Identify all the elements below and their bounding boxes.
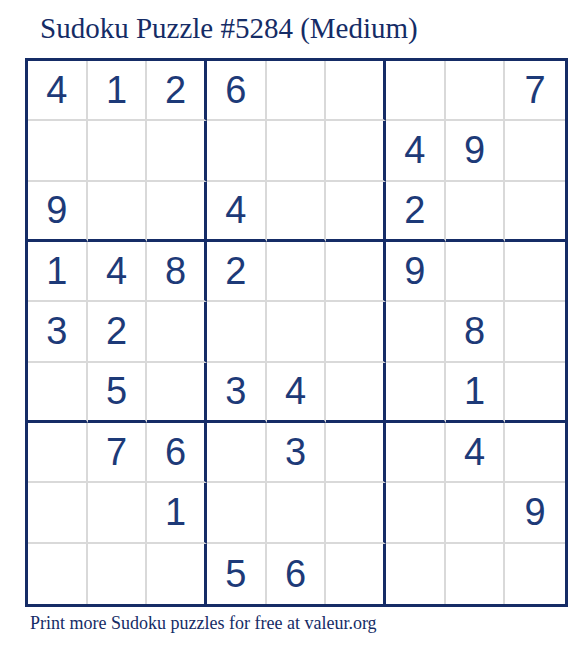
- cell-r7c2: 7: [88, 423, 148, 483]
- cell-r7c7[interactable]: [386, 423, 446, 483]
- cell-r9c6[interactable]: [326, 544, 386, 604]
- cell-r8c1[interactable]: [28, 483, 88, 543]
- cell-r2c6[interactable]: [326, 121, 386, 181]
- cell-r8c9: 9: [505, 483, 565, 543]
- cell-r9c2[interactable]: [88, 544, 148, 604]
- cell-r5c5[interactable]: [267, 302, 327, 362]
- cell-r2c7: 4: [386, 121, 446, 181]
- cell-r7c1[interactable]: [28, 423, 88, 483]
- cell-r8c5[interactable]: [267, 483, 327, 543]
- cell-r1c1: 4: [28, 61, 88, 121]
- cell-r6c5: 4: [267, 363, 327, 423]
- cell-r6c8: 1: [446, 363, 506, 423]
- cell-r3c9[interactable]: [505, 182, 565, 242]
- cell-r6c1[interactable]: [28, 363, 88, 423]
- cell-r4c6[interactable]: [326, 242, 386, 302]
- cell-r9c7[interactable]: [386, 544, 446, 604]
- cell-r3c5[interactable]: [267, 182, 327, 242]
- cell-r5c2: 2: [88, 302, 148, 362]
- cell-r4c2: 4: [88, 242, 148, 302]
- cell-r1c9: 7: [505, 61, 565, 121]
- cell-r6c2: 5: [88, 363, 148, 423]
- cell-r5c3[interactable]: [147, 302, 207, 362]
- cell-r6c7[interactable]: [386, 363, 446, 423]
- cell-r8c3: 1: [147, 483, 207, 543]
- cell-r5c7[interactable]: [386, 302, 446, 362]
- cell-r3c8[interactable]: [446, 182, 506, 242]
- page-title: Sudoku Puzzle #5284 (Medium): [40, 12, 418, 45]
- cell-r7c8: 4: [446, 423, 506, 483]
- cell-r3c2[interactable]: [88, 182, 148, 242]
- cell-r9c8[interactable]: [446, 544, 506, 604]
- footer-text: Print more Sudoku puzzles for free at va…: [30, 613, 377, 634]
- sudoku-board: 412674994214829328534176341956: [25, 58, 568, 607]
- cell-r4c3: 8: [147, 242, 207, 302]
- cell-r3c7: 2: [386, 182, 446, 242]
- cell-r4c5[interactable]: [267, 242, 327, 302]
- cell-r2c2[interactable]: [88, 121, 148, 181]
- cell-r2c5[interactable]: [267, 121, 327, 181]
- cell-r8c7[interactable]: [386, 483, 446, 543]
- cell-r2c9[interactable]: [505, 121, 565, 181]
- cell-r3c4: 4: [207, 182, 267, 242]
- sudoku-page: Sudoku Puzzle #5284 (Medium) 41267499421…: [0, 0, 574, 651]
- cell-r9c4: 5: [207, 544, 267, 604]
- cell-r6c6[interactable]: [326, 363, 386, 423]
- cell-r8c8[interactable]: [446, 483, 506, 543]
- cell-r7c4[interactable]: [207, 423, 267, 483]
- cell-r2c3[interactable]: [147, 121, 207, 181]
- cell-r7c5: 3: [267, 423, 327, 483]
- cell-r7c6[interactable]: [326, 423, 386, 483]
- cell-r6c4: 3: [207, 363, 267, 423]
- cell-r3c3[interactable]: [147, 182, 207, 242]
- cell-r6c3[interactable]: [147, 363, 207, 423]
- cell-r5c1: 3: [28, 302, 88, 362]
- cell-r4c7: 9: [386, 242, 446, 302]
- cell-r5c6[interactable]: [326, 302, 386, 362]
- cell-r2c4[interactable]: [207, 121, 267, 181]
- cell-r1c3: 2: [147, 61, 207, 121]
- cell-r7c3: 6: [147, 423, 207, 483]
- cell-r7c9[interactable]: [505, 423, 565, 483]
- cell-r4c8[interactable]: [446, 242, 506, 302]
- cell-r1c8[interactable]: [446, 61, 506, 121]
- cell-r5c8: 8: [446, 302, 506, 362]
- cell-r9c3[interactable]: [147, 544, 207, 604]
- cell-r8c2[interactable]: [88, 483, 148, 543]
- cell-r3c6[interactable]: [326, 182, 386, 242]
- cell-r4c4: 2: [207, 242, 267, 302]
- cell-r8c6[interactable]: [326, 483, 386, 543]
- cell-r2c1[interactable]: [28, 121, 88, 181]
- cell-r9c1[interactable]: [28, 544, 88, 604]
- cell-r3c1: 9: [28, 182, 88, 242]
- cell-r1c5[interactable]: [267, 61, 327, 121]
- cell-r2c8: 9: [446, 121, 506, 181]
- cell-r1c4: 6: [207, 61, 267, 121]
- cell-r6c9[interactable]: [505, 363, 565, 423]
- cell-r9c5: 6: [267, 544, 327, 604]
- cell-r5c9[interactable]: [505, 302, 565, 362]
- cell-r8c4[interactable]: [207, 483, 267, 543]
- cell-r4c9[interactable]: [505, 242, 565, 302]
- cell-r9c9[interactable]: [505, 544, 565, 604]
- cell-r1c7[interactable]: [386, 61, 446, 121]
- cell-r1c6[interactable]: [326, 61, 386, 121]
- cell-r5c4[interactable]: [207, 302, 267, 362]
- cell-r4c1: 1: [28, 242, 88, 302]
- cell-r1c2: 1: [88, 61, 148, 121]
